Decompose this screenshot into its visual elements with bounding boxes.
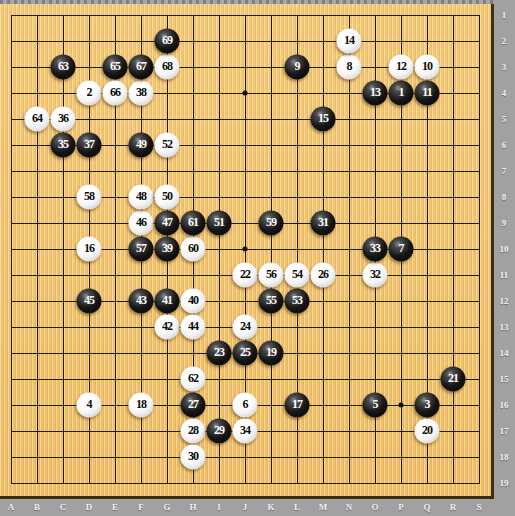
row-label-8: 8 xyxy=(502,192,507,202)
move-number-label: 54 xyxy=(292,267,302,282)
move-number-label: 59 xyxy=(266,215,276,230)
move-number-label: 68 xyxy=(162,59,172,74)
stone-white-50-G8: 50 xyxy=(155,185,180,210)
move-number-label: 53 xyxy=(292,293,302,308)
move-number-label: 34 xyxy=(240,423,250,438)
stone-white-46-F9: 46 xyxy=(129,211,154,236)
stone-white-16-D10: 16 xyxy=(77,237,102,262)
stone-white-60-H10: 60 xyxy=(181,237,206,262)
row-label-18: 18 xyxy=(500,452,509,462)
stone-black-51-I9: 51 xyxy=(207,211,232,236)
move-number-label: 10 xyxy=(422,59,432,74)
row-label-11: 11 xyxy=(500,270,509,280)
stone-black-37-D6: 37 xyxy=(77,133,102,158)
column-label-S: S xyxy=(476,502,481,512)
move-number-label: 55 xyxy=(266,293,276,308)
grid-line-vertical-R xyxy=(453,15,454,484)
row-coordinate-strip: 12345678910111213141516171819 xyxy=(494,0,515,516)
row-label-19: 19 xyxy=(500,478,509,488)
move-number-label: 62 xyxy=(188,371,198,386)
stone-black-43-F12: 43 xyxy=(129,289,154,314)
stone-black-1-P4: 1 xyxy=(389,81,414,106)
move-number-label: 65 xyxy=(110,59,120,74)
row-label-16: 16 xyxy=(500,400,509,410)
move-number-label: 32 xyxy=(370,267,380,282)
move-number-label: 17 xyxy=(292,397,302,412)
stone-black-29-I17: 29 xyxy=(207,419,232,444)
stone-black-39-G10: 39 xyxy=(155,237,180,262)
column-label-C: C xyxy=(60,502,67,512)
move-number-label: 3 xyxy=(425,397,430,412)
move-number-label: 13 xyxy=(370,85,380,100)
go-board[interactable]: 1234567891011121314151617181920212223242… xyxy=(0,4,494,499)
grid-line-vertical-N xyxy=(349,15,350,484)
move-number-label: 43 xyxy=(136,293,146,308)
move-number-label: 23 xyxy=(214,345,224,360)
move-number-label: 11 xyxy=(422,85,431,100)
move-number-label: 58 xyxy=(84,189,94,204)
stone-white-38-F4: 38 xyxy=(129,81,154,106)
row-label-12: 12 xyxy=(500,296,509,306)
column-label-O: O xyxy=(371,502,378,512)
move-number-label: 21 xyxy=(448,371,458,386)
star-point-J4 xyxy=(243,91,248,96)
move-number-label: 50 xyxy=(162,189,172,204)
move-number-label: 64 xyxy=(32,111,42,126)
stone-white-22-J11: 22 xyxy=(233,263,258,288)
row-label-4: 4 xyxy=(502,88,507,98)
move-number-label: 31 xyxy=(318,215,328,230)
move-number-label: 4 xyxy=(87,397,92,412)
stone-black-45-D12: 45 xyxy=(77,289,102,314)
stone-white-4-D16: 4 xyxy=(77,393,102,418)
move-number-label: 44 xyxy=(188,319,198,334)
move-number-label: 40 xyxy=(188,293,198,308)
grid-line-horizontal-15 xyxy=(11,379,480,380)
stone-black-19-K14: 19 xyxy=(259,341,284,366)
stone-white-42-G13: 42 xyxy=(155,315,180,340)
stone-white-24-J13: 24 xyxy=(233,315,258,340)
stone-white-58-D8: 58 xyxy=(77,185,102,210)
move-number-label: 30 xyxy=(188,449,198,464)
row-label-13: 13 xyxy=(500,322,509,332)
move-number-label: 56 xyxy=(266,267,276,282)
move-number-label: 63 xyxy=(58,59,68,74)
stone-white-2-D4: 2 xyxy=(77,81,102,106)
stone-white-10-Q3: 10 xyxy=(415,55,440,80)
stone-white-20-Q17: 20 xyxy=(415,419,440,444)
stone-white-64-B5: 64 xyxy=(25,107,50,132)
move-number-label: 5 xyxy=(373,397,378,412)
row-label-17: 17 xyxy=(500,426,509,436)
move-number-label: 16 xyxy=(84,241,94,256)
row-label-3: 3 xyxy=(502,62,507,72)
column-label-G: G xyxy=(163,502,170,512)
move-number-label: 7 xyxy=(399,241,404,256)
stone-white-66-E4: 66 xyxy=(103,81,128,106)
stone-black-21-R15: 21 xyxy=(441,367,466,392)
grid-line-vertical-M xyxy=(323,15,324,484)
stone-black-13-O4: 13 xyxy=(363,81,388,106)
stone-white-48-F8: 48 xyxy=(129,185,154,210)
stone-white-62-H15: 62 xyxy=(181,367,206,392)
move-number-label: 26 xyxy=(318,267,328,282)
move-number-label: 24 xyxy=(240,319,250,334)
move-number-label: 67 xyxy=(136,59,146,74)
stone-white-36-C5: 36 xyxy=(51,107,76,132)
column-label-B: B xyxy=(34,502,40,512)
stone-black-69-G2: 69 xyxy=(155,29,180,54)
move-number-label: 35 xyxy=(58,137,68,152)
move-number-label: 29 xyxy=(214,423,224,438)
stone-black-5-O16: 5 xyxy=(363,393,388,418)
move-number-label: 52 xyxy=(162,137,172,152)
stone-white-18-F16: 18 xyxy=(129,393,154,418)
stone-black-3-Q16: 3 xyxy=(415,393,440,418)
column-label-R: R xyxy=(450,502,457,512)
star-point-J10 xyxy=(243,247,248,252)
row-label-7: 7 xyxy=(502,166,507,176)
stone-white-8-N3: 8 xyxy=(337,55,362,80)
move-number-label: 36 xyxy=(58,111,68,126)
stone-black-9-L3: 9 xyxy=(285,55,310,80)
stone-black-59-K9: 59 xyxy=(259,211,284,236)
stone-black-53-L12: 53 xyxy=(285,289,310,314)
move-number-label: 12 xyxy=(396,59,406,74)
row-label-9: 9 xyxy=(502,218,507,228)
move-number-label: 60 xyxy=(188,241,198,256)
stone-black-33-O10: 33 xyxy=(363,237,388,262)
move-number-label: 45 xyxy=(84,293,94,308)
move-number-label: 2 xyxy=(87,85,92,100)
row-label-5: 5 xyxy=(502,114,507,124)
column-label-A: A xyxy=(8,502,15,512)
column-label-Q: Q xyxy=(423,502,430,512)
stone-black-65-E3: 65 xyxy=(103,55,128,80)
column-label-N: N xyxy=(346,502,353,512)
stone-white-68-G3: 68 xyxy=(155,55,180,80)
move-number-label: 38 xyxy=(136,85,146,100)
move-number-label: 25 xyxy=(240,345,250,360)
stone-black-49-F6: 49 xyxy=(129,133,154,158)
stone-white-34-J17: 34 xyxy=(233,419,258,444)
stone-white-56-K11: 56 xyxy=(259,263,284,288)
stone-white-40-H12: 40 xyxy=(181,289,206,314)
stone-black-15-M5: 15 xyxy=(311,107,336,132)
move-number-label: 48 xyxy=(136,189,146,204)
column-label-K: K xyxy=(267,502,274,512)
stone-white-52-G6: 52 xyxy=(155,133,180,158)
stone-white-44-H13: 44 xyxy=(181,315,206,340)
move-number-label: 1 xyxy=(399,85,404,100)
move-number-label: 39 xyxy=(162,241,172,256)
column-label-F: F xyxy=(138,502,144,512)
row-label-6: 6 xyxy=(502,140,507,150)
stone-white-30-H18: 30 xyxy=(181,445,206,470)
go-diagram-window: 1234567891011121314151617181920212223242… xyxy=(0,0,515,516)
move-number-label: 61 xyxy=(188,215,198,230)
row-label-15: 15 xyxy=(500,374,509,384)
move-number-label: 18 xyxy=(136,397,146,412)
grid-line-vertical-S xyxy=(479,15,480,484)
column-label-H: H xyxy=(189,502,196,512)
move-number-label: 27 xyxy=(188,397,198,412)
star-point-P16 xyxy=(399,403,404,408)
move-number-label: 14 xyxy=(344,33,354,48)
column-label-P: P xyxy=(398,502,404,512)
column-label-E: E xyxy=(112,502,118,512)
row-label-10: 10 xyxy=(500,244,509,254)
stone-black-63-C3: 63 xyxy=(51,55,76,80)
column-coordinate-strip: ABCDEFGHIJKLMNOPQRS xyxy=(0,499,494,516)
grid-line-horizontal-19 xyxy=(11,483,480,484)
move-number-label: 20 xyxy=(422,423,432,438)
move-number-label: 51 xyxy=(214,215,224,230)
stone-black-11-Q4: 11 xyxy=(415,81,440,106)
row-label-1: 1 xyxy=(502,10,507,20)
stone-black-35-C6: 35 xyxy=(51,133,76,158)
stone-black-25-J14: 25 xyxy=(233,341,258,366)
move-number-label: 19 xyxy=(266,345,276,360)
stone-black-55-K12: 55 xyxy=(259,289,284,314)
row-label-2: 2 xyxy=(502,36,507,46)
move-number-label: 28 xyxy=(188,423,198,438)
move-number-label: 15 xyxy=(318,111,328,126)
move-number-label: 37 xyxy=(84,137,94,152)
column-label-M: M xyxy=(319,502,328,512)
stone-white-12-P3: 12 xyxy=(389,55,414,80)
stone-white-26-M11: 26 xyxy=(311,263,336,288)
move-number-label: 57 xyxy=(136,241,146,256)
column-label-J: J xyxy=(243,502,248,512)
move-number-label: 8 xyxy=(347,59,352,74)
move-number-label: 66 xyxy=(110,85,120,100)
grid-line-horizontal-18 xyxy=(11,457,480,458)
move-number-label: 9 xyxy=(295,59,300,74)
stone-black-41-G12: 41 xyxy=(155,289,180,314)
stone-white-6-J16: 6 xyxy=(233,393,258,418)
stone-black-47-G9: 47 xyxy=(155,211,180,236)
stone-black-31-M9: 31 xyxy=(311,211,336,236)
move-number-label: 6 xyxy=(243,397,248,412)
column-label-L: L xyxy=(294,502,300,512)
grid-line-vertical-K xyxy=(271,15,272,484)
move-number-label: 22 xyxy=(240,267,250,282)
move-number-label: 69 xyxy=(162,33,172,48)
stone-white-14-N2: 14 xyxy=(337,29,362,54)
move-number-label: 46 xyxy=(136,215,146,230)
move-number-label: 42 xyxy=(162,319,172,334)
row-label-14: 14 xyxy=(500,348,509,358)
stone-black-61-H9: 61 xyxy=(181,211,206,236)
column-label-D: D xyxy=(86,502,93,512)
stone-white-28-H17: 28 xyxy=(181,419,206,444)
stone-white-32-O11: 32 xyxy=(363,263,388,288)
stone-black-57-F10: 57 xyxy=(129,237,154,262)
column-label-I: I xyxy=(217,502,221,512)
stone-black-7-P10: 7 xyxy=(389,237,414,262)
move-number-label: 49 xyxy=(136,137,146,152)
move-number-label: 33 xyxy=(370,241,380,256)
stone-black-17-L16: 17 xyxy=(285,393,310,418)
move-number-label: 41 xyxy=(162,293,172,308)
stone-black-67-F3: 67 xyxy=(129,55,154,80)
stone-black-27-H16: 27 xyxy=(181,393,206,418)
move-number-label: 47 xyxy=(162,215,172,230)
stone-white-54-L11: 54 xyxy=(285,263,310,288)
stone-black-23-I14: 23 xyxy=(207,341,232,366)
